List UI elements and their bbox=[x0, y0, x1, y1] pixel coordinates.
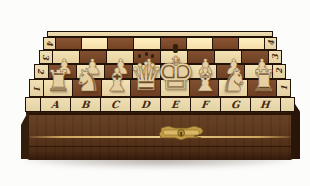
square-f2 bbox=[189, 65, 216, 79]
board-rank-4: 44 bbox=[43, 37, 277, 50]
square-h2 bbox=[245, 65, 272, 79]
square-e1 bbox=[161, 80, 189, 96]
file-label-e: E bbox=[161, 98, 190, 111]
square-a1 bbox=[44, 80, 72, 96]
rank-number: 2 bbox=[274, 68, 284, 74]
square-d2 bbox=[133, 65, 160, 79]
corner-cell bbox=[281, 98, 295, 111]
square-c3 bbox=[107, 51, 133, 63]
file-letter: A bbox=[51, 99, 60, 110]
left-rank-label-1: 1 bbox=[30, 80, 43, 96]
square-h4 bbox=[239, 38, 264, 49]
left-rank-label-4: 4 bbox=[44, 38, 55, 49]
square-a2 bbox=[49, 65, 76, 79]
square-f3 bbox=[188, 51, 214, 63]
chess-set-photo: 44332211ABCDEFGH ♟♟♟♟♟♟♟♟♜♞♝♛♚♝♞♜ bbox=[0, 0, 310, 186]
right-rank-label-2: 2 bbox=[273, 65, 286, 79]
square-h1 bbox=[248, 80, 276, 96]
dark-wood-finial bbox=[173, 44, 178, 53]
rank-number: 4 bbox=[44, 40, 54, 46]
box-front-face bbox=[27, 113, 293, 160]
file-letter: H bbox=[260, 99, 271, 110]
square-b3 bbox=[80, 51, 106, 63]
square-c4 bbox=[108, 38, 133, 49]
rank-number: 3 bbox=[40, 54, 50, 60]
square-c1 bbox=[102, 80, 130, 96]
square-f1 bbox=[190, 80, 218, 96]
square-g3 bbox=[215, 51, 241, 63]
file-label-d: D bbox=[131, 98, 160, 111]
square-a4 bbox=[56, 38, 81, 49]
corner-cell bbox=[26, 98, 40, 111]
box-left-end bbox=[21, 110, 29, 159]
file-label-b: B bbox=[71, 98, 100, 111]
rank-number: 2 bbox=[36, 68, 46, 74]
file-letter: D bbox=[140, 99, 150, 110]
square-d1 bbox=[131, 80, 159, 96]
file-label-g: G bbox=[221, 98, 250, 111]
square-b1 bbox=[73, 80, 101, 96]
file-label-a: A bbox=[41, 98, 70, 111]
square-h3 bbox=[242, 51, 268, 63]
square-d4 bbox=[134, 38, 159, 49]
file-label-row: ABCDEFGH bbox=[25, 97, 295, 112]
square-g4 bbox=[213, 38, 238, 49]
file-letter: G bbox=[230, 99, 240, 110]
board-rank-2: 22 bbox=[34, 64, 286, 80]
right-rank-label-3: 3 bbox=[269, 51, 281, 63]
square-f4 bbox=[187, 38, 212, 49]
square-b2 bbox=[77, 65, 104, 79]
right-rank-label-1: 1 bbox=[277, 80, 290, 96]
file-label-c: C bbox=[101, 98, 130, 111]
brass-clasp-icon bbox=[158, 124, 204, 146]
board-rank-3: 33 bbox=[39, 50, 282, 64]
square-g1 bbox=[219, 80, 247, 96]
rank-number: 4 bbox=[265, 40, 275, 46]
rank-number: 1 bbox=[31, 85, 41, 91]
lid-seam bbox=[29, 146, 291, 147]
file-label-h: H bbox=[251, 98, 280, 111]
file-letter: B bbox=[80, 99, 90, 110]
square-e2 bbox=[161, 65, 188, 79]
square-g2 bbox=[217, 65, 244, 79]
file-letter: F bbox=[201, 99, 209, 110]
left-rank-label-2: 2 bbox=[35, 65, 48, 79]
square-b4 bbox=[82, 38, 107, 49]
rank-number: 1 bbox=[278, 85, 288, 91]
dark-wood-finial bbox=[145, 52, 148, 56]
file-letter: E bbox=[171, 99, 180, 110]
back-border-strip bbox=[48, 32, 272, 36]
square-c2 bbox=[105, 65, 132, 79]
file-letter: C bbox=[110, 99, 119, 110]
right-rank-label-4: 4 bbox=[265, 38, 276, 49]
left-rank-label-3: 3 bbox=[40, 51, 52, 63]
square-a3 bbox=[53, 51, 79, 63]
file-label-f: F bbox=[191, 98, 220, 111]
rank-number: 3 bbox=[269, 54, 279, 60]
board-rank-1: 11 bbox=[29, 79, 291, 97]
